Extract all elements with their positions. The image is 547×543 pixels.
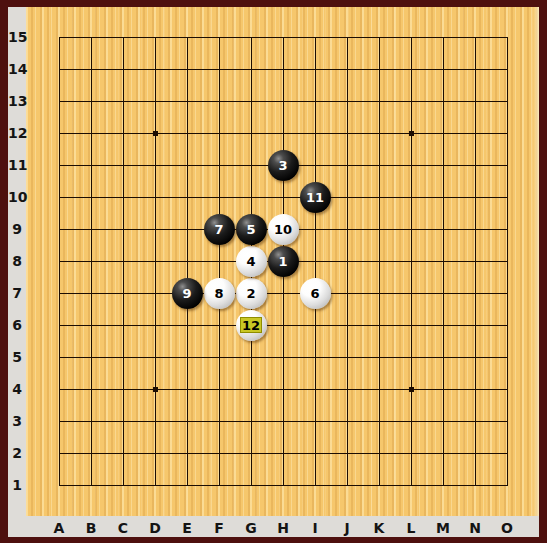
move-number: 5: [246, 223, 255, 236]
col-label-C: C: [113, 520, 133, 536]
row-label-5: 5: [8, 349, 26, 365]
row-label-10: 10: [8, 189, 26, 205]
stone-white-2: 2: [236, 278, 267, 309]
move-number: 10: [274, 223, 292, 236]
col-label-O: O: [497, 520, 517, 536]
col-label-M: M: [433, 520, 453, 536]
row-label-14: 14: [8, 61, 26, 77]
col-label-I: I: [305, 520, 325, 536]
col-label-L: L: [401, 520, 421, 536]
stone-black-11: 11: [300, 182, 331, 213]
move-number: 1: [278, 255, 287, 268]
move-number: 8: [214, 287, 223, 300]
col-label-D: D: [145, 520, 165, 536]
col-label-E: E: [177, 520, 197, 536]
row-label-7: 7: [8, 285, 26, 301]
stone-black-5: 5: [236, 214, 267, 245]
row-label-1: 1: [8, 477, 26, 493]
row-label-6: 6: [8, 317, 26, 333]
coordinate-margin: 123456789101112 151413121110987654321 AB…: [8, 7, 539, 537]
row-label-15: 15: [8, 29, 26, 45]
move-number: 11: [306, 191, 324, 204]
col-label-K: K: [369, 520, 389, 536]
col-label-N: N: [465, 520, 485, 536]
board-frame: 123456789101112 151413121110987654321 AB…: [0, 0, 547, 543]
last-move-marker: 12: [240, 317, 262, 333]
stone-white-10: 10: [268, 214, 299, 245]
move-number: 2: [246, 287, 255, 300]
stone-white-12: 12: [236, 310, 267, 341]
col-label-G: G: [241, 520, 261, 536]
row-label-13: 13: [8, 93, 26, 109]
row-label-8: 8: [8, 253, 26, 269]
stone-black-3: 3: [268, 150, 299, 181]
move-number: 6: [310, 287, 319, 300]
col-label-B: B: [81, 520, 101, 536]
stone-layer: 123456789101112: [43, 21, 523, 501]
row-label-2: 2: [8, 445, 26, 461]
stone-white-6: 6: [300, 278, 331, 309]
row-label-3: 3: [8, 413, 26, 429]
col-label-A: A: [49, 520, 69, 536]
stone-white-4: 4: [236, 246, 267, 277]
row-label-9: 9: [8, 221, 26, 237]
move-number: 7: [214, 223, 223, 236]
board[interactable]: 123456789101112: [26, 7, 539, 516]
col-label-H: H: [273, 520, 293, 536]
row-label-12: 12: [8, 125, 26, 141]
col-label-F: F: [209, 520, 229, 536]
stone-black-1: 1: [268, 246, 299, 277]
stone-white-8: 8: [204, 278, 235, 309]
stone-black-9: 9: [172, 278, 203, 309]
row-label-4: 4: [8, 381, 26, 397]
col-label-J: J: [337, 520, 357, 536]
move-number: 9: [182, 287, 191, 300]
stone-black-7: 7: [204, 214, 235, 245]
move-number: 3: [278, 159, 287, 172]
move-number: 4: [246, 255, 255, 268]
row-label-11: 11: [8, 157, 26, 173]
